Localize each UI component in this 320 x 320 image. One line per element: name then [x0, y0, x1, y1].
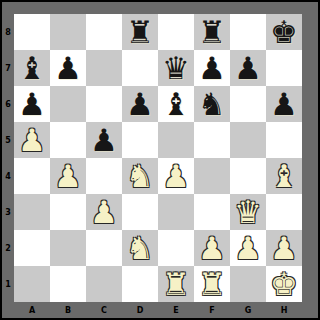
black-rook-piece[interactable]: ♜	[198, 14, 226, 50]
square-f1[interactable]: ♜	[194, 266, 230, 302]
black-rook-piece[interactable]: ♜	[126, 14, 154, 50]
rank-label-4: 4	[2, 158, 14, 194]
square-c2[interactable]	[86, 230, 122, 266]
square-h5[interactable]	[266, 122, 302, 158]
white-pawn-piece[interactable]: ♟	[54, 158, 82, 194]
square-d4[interactable]: ♞	[122, 158, 158, 194]
white-knight-piece[interactable]: ♞	[126, 230, 154, 266]
rank-label-3: 3	[2, 194, 14, 230]
square-a4[interactable]	[14, 158, 50, 194]
square-c1[interactable]	[86, 266, 122, 302]
white-rook-piece[interactable]: ♜	[198, 266, 226, 302]
square-a2[interactable]	[14, 230, 50, 266]
square-f6[interactable]: ♞	[194, 86, 230, 122]
white-king-piece[interactable]: ♚	[270, 266, 298, 302]
rank-label-5: 5	[2, 122, 14, 158]
square-g2[interactable]: ♟	[230, 230, 266, 266]
white-queen-piece[interactable]: ♛	[234, 194, 262, 230]
square-c7[interactable]	[86, 50, 122, 86]
square-e7[interactable]: ♛	[158, 50, 194, 86]
square-g7[interactable]: ♟	[230, 50, 266, 86]
square-b2[interactable]	[50, 230, 86, 266]
white-pawn-piece[interactable]: ♟	[90, 194, 118, 230]
square-h7[interactable]	[266, 50, 302, 86]
black-pawn-piece[interactable]: ♟	[54, 50, 82, 86]
square-f5[interactable]	[194, 122, 230, 158]
black-pawn-piece[interactable]: ♟	[234, 50, 262, 86]
file-label-d: D	[122, 302, 158, 319]
file-label-c: C	[86, 302, 122, 319]
file-label-a: A	[14, 302, 50, 319]
black-pawn-piece[interactable]: ♟	[198, 50, 226, 86]
square-c8[interactable]	[86, 14, 122, 50]
square-d6[interactable]: ♟	[122, 86, 158, 122]
square-e2[interactable]	[158, 230, 194, 266]
rank-label-2: 2	[2, 230, 14, 266]
square-d5[interactable]	[122, 122, 158, 158]
file-label-h: H	[266, 302, 302, 319]
square-a5[interactable]: ♟	[14, 122, 50, 158]
square-f3[interactable]	[194, 194, 230, 230]
chess-diagram-frame: ♜♜♚♝♟♛♟♟♟♟♝♞♟♟♟♟♞♟♝♟♛♞♟♟♟♜♜♚ 87654321 AB…	[0, 0, 320, 320]
square-h3[interactable]	[266, 194, 302, 230]
square-e8[interactable]	[158, 14, 194, 50]
file-label-b: B	[50, 302, 86, 319]
black-pawn-piece[interactable]: ♟	[90, 122, 118, 158]
square-h8[interactable]: ♚	[266, 14, 302, 50]
square-h6[interactable]: ♟	[266, 86, 302, 122]
square-h4[interactable]: ♝	[266, 158, 302, 194]
black-bishop-piece[interactable]: ♝	[162, 86, 190, 122]
square-a6[interactable]: ♟	[14, 86, 50, 122]
chess-board: ♜♜♚♝♟♛♟♟♟♟♝♞♟♟♟♟♞♟♝♟♛♞♟♟♟♜♜♚	[14, 14, 302, 302]
square-e6[interactable]: ♝	[158, 86, 194, 122]
white-pawn-piece[interactable]: ♟	[270, 230, 298, 266]
black-pawn-piece[interactable]: ♟	[18, 86, 46, 122]
black-queen-piece[interactable]: ♛	[162, 50, 190, 86]
square-b3[interactable]	[50, 194, 86, 230]
white-rook-piece[interactable]: ♜	[162, 266, 190, 302]
rank-label-8: 8	[2, 14, 14, 50]
square-e3[interactable]	[158, 194, 194, 230]
white-pawn-piece[interactable]: ♟	[162, 158, 190, 194]
black-king-piece[interactable]: ♚	[270, 14, 298, 50]
rank-label-7: 7	[2, 50, 14, 86]
square-b4[interactable]: ♟	[50, 158, 86, 194]
square-d1[interactable]	[122, 266, 158, 302]
white-pawn-piece[interactable]: ♟	[198, 230, 226, 266]
square-d7[interactable]	[122, 50, 158, 86]
square-c3[interactable]: ♟	[86, 194, 122, 230]
square-g6[interactable]	[230, 86, 266, 122]
square-a8[interactable]	[14, 14, 50, 50]
square-e4[interactable]: ♟	[158, 158, 194, 194]
square-a7[interactable]: ♝	[14, 50, 50, 86]
square-g4[interactable]	[230, 158, 266, 194]
rank-label-1: 1	[2, 266, 14, 302]
white-bishop-piece[interactable]: ♝	[270, 158, 298, 194]
square-c4[interactable]	[86, 158, 122, 194]
square-c6[interactable]	[86, 86, 122, 122]
square-b1[interactable]	[50, 266, 86, 302]
white-pawn-piece[interactable]: ♟	[234, 230, 262, 266]
black-pawn-piece[interactable]: ♟	[270, 86, 298, 122]
white-knight-piece[interactable]: ♞	[126, 158, 154, 194]
black-pawn-piece[interactable]: ♟	[126, 86, 154, 122]
square-e5[interactable]	[158, 122, 194, 158]
file-label-f: F	[194, 302, 230, 319]
square-f4[interactable]	[194, 158, 230, 194]
square-g5[interactable]	[230, 122, 266, 158]
square-g3[interactable]: ♛	[230, 194, 266, 230]
square-b7[interactable]: ♟	[50, 50, 86, 86]
square-a3[interactable]	[14, 194, 50, 230]
file-label-g: G	[230, 302, 266, 319]
square-b8[interactable]	[50, 14, 86, 50]
white-pawn-piece[interactable]: ♟	[18, 122, 46, 158]
square-g8[interactable]	[230, 14, 266, 50]
square-h1[interactable]: ♚	[266, 266, 302, 302]
square-d8[interactable]: ♜	[122, 14, 158, 50]
square-c5[interactable]: ♟	[86, 122, 122, 158]
black-bishop-piece[interactable]: ♝	[18, 50, 46, 86]
square-f2[interactable]: ♟	[194, 230, 230, 266]
square-d3[interactable]	[122, 194, 158, 230]
square-f8[interactable]: ♜	[194, 14, 230, 50]
square-b5[interactable]	[50, 122, 86, 158]
file-label-e: E	[158, 302, 194, 319]
square-d2[interactable]: ♞	[122, 230, 158, 266]
square-g1[interactable]	[230, 266, 266, 302]
square-a1[interactable]	[14, 266, 50, 302]
square-b6[interactable]	[50, 86, 86, 122]
black-knight-piece[interactable]: ♞	[198, 86, 226, 122]
rank-label-6: 6	[2, 86, 14, 122]
square-h2[interactable]: ♟	[266, 230, 302, 266]
square-f7[interactable]: ♟	[194, 50, 230, 86]
square-e1[interactable]: ♜	[158, 266, 194, 302]
